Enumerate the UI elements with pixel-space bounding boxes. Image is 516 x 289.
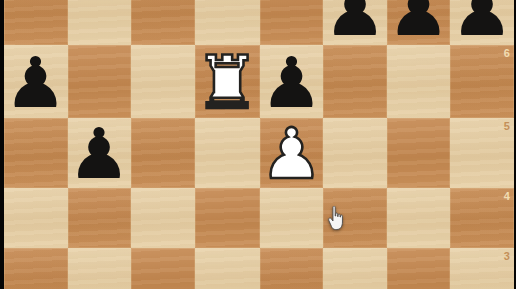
black-pawn[interactable]: ♟ bbox=[260, 48, 323, 118]
square-g5[interactable] bbox=[387, 118, 451, 188]
square-e3[interactable] bbox=[260, 248, 324, 289]
square-c6[interactable] bbox=[131, 45, 195, 118]
square-e6[interactable]: ♟ bbox=[260, 45, 324, 118]
rank-label-4: 4 bbox=[504, 191, 510, 202]
square-f7[interactable]: ♟ bbox=[323, 0, 387, 45]
rank-label-3: 3 bbox=[504, 251, 510, 262]
square-f3[interactable] bbox=[323, 248, 387, 289]
square-e4[interactable] bbox=[260, 188, 324, 247]
square-b7[interactable] bbox=[68, 0, 132, 45]
square-h5[interactable]: 5 bbox=[450, 118, 514, 188]
square-h7[interactable]: 7♟ bbox=[450, 0, 514, 45]
black-pawn[interactable]: ♟ bbox=[68, 119, 131, 189]
square-a5[interactable] bbox=[4, 118, 68, 188]
square-g3[interactable] bbox=[387, 248, 451, 289]
square-b5[interactable]: ♟ bbox=[68, 118, 132, 188]
square-f4[interactable] bbox=[323, 188, 387, 247]
square-d7[interactable] bbox=[195, 0, 260, 45]
square-h6[interactable]: 6 bbox=[450, 45, 514, 118]
square-a4[interactable] bbox=[4, 188, 68, 247]
square-a3[interactable] bbox=[4, 248, 68, 289]
rank-label-6: 6 bbox=[504, 48, 510, 59]
black-pawn[interactable]: ♟ bbox=[387, 0, 450, 46]
square-c3[interactable] bbox=[131, 248, 195, 289]
square-h3[interactable]: 3 bbox=[450, 248, 514, 289]
square-d6[interactable]: ♜ bbox=[195, 45, 260, 118]
square-e5[interactable]: ♟ bbox=[260, 118, 324, 188]
square-g4[interactable] bbox=[387, 188, 451, 247]
square-b6[interactable] bbox=[68, 45, 132, 118]
square-d3[interactable] bbox=[195, 248, 260, 289]
square-d5[interactable] bbox=[195, 118, 260, 188]
white-rook[interactable]: ♜ bbox=[195, 46, 260, 119]
square-b4[interactable] bbox=[68, 188, 132, 247]
square-a6[interactable]: ♟ bbox=[4, 45, 68, 118]
square-c4[interactable] bbox=[131, 188, 195, 247]
black-pawn[interactable]: ♟ bbox=[324, 0, 387, 46]
square-b3[interactable] bbox=[68, 248, 132, 289]
square-c5[interactable] bbox=[131, 118, 195, 188]
square-g7[interactable]: ♟ bbox=[387, 0, 451, 45]
square-a7[interactable] bbox=[4, 0, 68, 45]
square-f5[interactable] bbox=[323, 118, 387, 188]
square-c7[interactable] bbox=[131, 0, 195, 45]
square-h4[interactable]: 4 bbox=[450, 188, 514, 247]
chess-board: 8♟♟7♟♟♜♟6♟♟54321 bbox=[4, 0, 514, 289]
square-d4[interactable] bbox=[195, 188, 260, 247]
black-pawn[interactable]: ♟ bbox=[451, 0, 514, 46]
square-f6[interactable] bbox=[323, 45, 387, 118]
square-e7[interactable] bbox=[260, 0, 324, 45]
square-g6[interactable] bbox=[387, 45, 451, 118]
letterboxed-video-frame: 8♟♟7♟♟♜♟6♟♟54321 bbox=[0, 0, 516, 289]
white-pawn[interactable]: ♟ bbox=[260, 119, 323, 189]
black-pawn[interactable]: ♟ bbox=[4, 48, 67, 118]
rank-label-5: 5 bbox=[504, 121, 510, 132]
